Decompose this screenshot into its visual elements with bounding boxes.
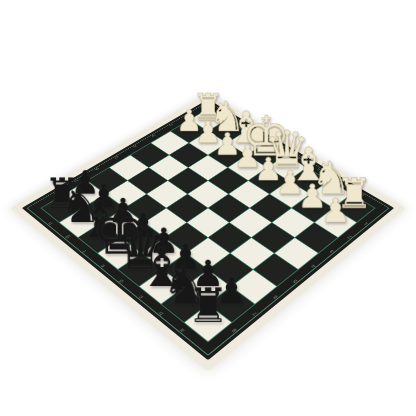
chess-set-photo: abcdefgh abcdefgh 87654321 87654321 ♜♞♝♛… <box>0 0 416 416</box>
square-c3[interactable] <box>250 194 291 222</box>
playing-field: ♜♞♝♛♚♝♞♜♟♟♟♟♟♟♟♟♟♟♟♟♟♟♟♟♜♞♝♛♚♝♞♜ <box>40 109 375 343</box>
white-pawn-glyph: ♟ <box>321 194 351 227</box>
square-d3[interactable] <box>229 181 269 208</box>
board-border-band: abcdefgh abcdefgh 87654321 87654321 ♜♞♝♛… <box>22 99 394 360</box>
chessboard: abcdefgh abcdefgh 87654321 87654321 ♜♞♝♛… <box>10 93 405 371</box>
board-3d-wrapper: abcdefgh abcdefgh 87654321 87654321 ♜♞♝♛… <box>10 93 405 371</box>
black-rook-glyph: ♜ <box>187 283 229 330</box>
square-a8[interactable]: ♜ <box>185 305 232 342</box>
square-e4[interactable] <box>188 181 228 208</box>
square-f5[interactable] <box>147 181 187 208</box>
